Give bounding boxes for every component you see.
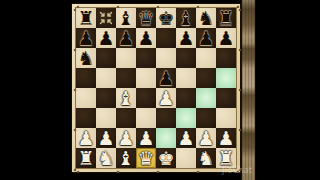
wood-panel bbox=[241, 0, 256, 180]
square-f4[interactable] bbox=[176, 88, 196, 108]
piece-white-pawn[interactable]: ♟ bbox=[176, 128, 196, 148]
square-c6[interactable] bbox=[116, 48, 136, 68]
square-g4[interactable] bbox=[196, 88, 216, 108]
square-e3[interactable] bbox=[156, 108, 176, 128]
piece-black-pawn[interactable]: ♟ bbox=[216, 28, 236, 48]
square-c8[interactable]: ♝ bbox=[116, 8, 136, 28]
frame-pin bbox=[157, 171, 159, 173]
frame-pin bbox=[74, 9, 76, 11]
frame-pin bbox=[197, 171, 199, 173]
piece-white-pawn[interactable]: ♟ bbox=[136, 128, 156, 148]
piece-white-pawn[interactable]: ♟ bbox=[196, 128, 216, 148]
piece-black-bishop[interactable]: ♝ bbox=[176, 8, 196, 28]
piece-white-rook[interactable]: ♜ bbox=[76, 148, 96, 168]
frame-pin bbox=[74, 89, 76, 91]
square-h7[interactable]: ♟ bbox=[216, 28, 236, 48]
frame-pin bbox=[117, 6, 119, 8]
square-e1[interactable]: ♚ bbox=[156, 148, 176, 168]
square-e5[interactable]: ♟ bbox=[156, 68, 176, 88]
piece-black-pawn[interactable]: ♟ bbox=[196, 28, 216, 48]
square-b7[interactable]: ♟ bbox=[96, 28, 116, 48]
square-h2[interactable]: ♟ bbox=[216, 128, 236, 148]
square-b1[interactable]: ♞ bbox=[96, 148, 116, 168]
piece-white-pawn[interactable]: ♟ bbox=[96, 128, 116, 148]
piece-white-bishop[interactable]: ♝ bbox=[116, 88, 136, 108]
square-h8[interactable]: ♜ bbox=[216, 8, 236, 28]
watermark: JioChat bbox=[222, 166, 262, 175]
frame-pin bbox=[77, 171, 79, 173]
square-e7[interactable] bbox=[156, 28, 176, 48]
piece-black-pawn[interactable]: ♟ bbox=[156, 68, 176, 88]
piece-black-pawn[interactable]: ♟ bbox=[176, 28, 196, 48]
square-d5[interactable] bbox=[136, 68, 156, 88]
square-g1[interactable]: ♞ bbox=[196, 148, 216, 168]
square-b6[interactable] bbox=[96, 48, 116, 68]
square-h4[interactable] bbox=[216, 88, 236, 108]
square-b4[interactable] bbox=[96, 88, 116, 108]
frame-pin bbox=[74, 129, 76, 131]
square-d1[interactable]: ♛ bbox=[136, 148, 156, 168]
square-h6[interactable] bbox=[216, 48, 236, 68]
piece-white-pawn[interactable]: ♟ bbox=[116, 128, 136, 148]
square-a8[interactable]: ♜ bbox=[76, 8, 96, 28]
square-a2[interactable]: ♟ bbox=[76, 128, 96, 148]
frame-pin bbox=[197, 6, 199, 8]
square-d2[interactable]: ♟ bbox=[136, 128, 156, 148]
square-g2[interactable]: ♟ bbox=[196, 128, 216, 148]
frame-pin bbox=[77, 6, 79, 8]
square-a6[interactable]: ♞ bbox=[76, 48, 96, 68]
square-c3[interactable] bbox=[116, 108, 136, 128]
square-c4[interactable]: ♝ bbox=[116, 88, 136, 108]
square-g7[interactable]: ♟ bbox=[196, 28, 216, 48]
square-f6[interactable] bbox=[176, 48, 196, 68]
square-g8[interactable]: ♞ bbox=[196, 8, 216, 28]
square-c1[interactable]: ♝ bbox=[116, 148, 136, 168]
piece-white-pawn[interactable]: ♟ bbox=[216, 128, 236, 148]
piece-black-pawn[interactable]: ♟ bbox=[96, 28, 116, 48]
square-d3[interactable] bbox=[136, 108, 156, 128]
square-a1[interactable]: ♜ bbox=[76, 148, 96, 168]
piece-black-queen[interactable]: ♛ bbox=[136, 8, 156, 28]
square-f2[interactable]: ♟ bbox=[176, 128, 196, 148]
square-a7[interactable]: ♟ bbox=[76, 28, 96, 48]
square-b5[interactable] bbox=[96, 68, 116, 88]
square-d7[interactable]: ♟ bbox=[136, 28, 156, 48]
square-b8[interactable] bbox=[96, 8, 116, 28]
square-g6[interactable] bbox=[196, 48, 216, 68]
piece-white-pawn[interactable]: ♟ bbox=[76, 128, 96, 148]
square-e2[interactable] bbox=[156, 128, 176, 148]
piece-white-bishop[interactable]: ♝ bbox=[116, 148, 136, 168]
square-h1[interactable]: ♜ bbox=[216, 148, 236, 168]
piece-black-pawn[interactable]: ♟ bbox=[116, 28, 136, 48]
piece-black-pawn[interactable]: ♟ bbox=[136, 28, 156, 48]
square-f1[interactable] bbox=[176, 148, 196, 168]
frame-pin bbox=[117, 171, 119, 173]
square-e6[interactable] bbox=[156, 48, 176, 68]
square-g5[interactable] bbox=[196, 68, 216, 88]
piece-white-king[interactable]: ♚ bbox=[156, 148, 176, 168]
piece-white-queen[interactable]: ♛ bbox=[136, 148, 156, 168]
piece-white-knight[interactable]: ♞ bbox=[196, 148, 216, 168]
square-c7[interactable]: ♟ bbox=[116, 28, 136, 48]
chess-board-frame: ♜♝♛♚♝♞♜♟♟♟♟♟♟♟♞♟♝♟♟♟♟♟♟♟♟♜♞♝♛♚♞♜ bbox=[71, 3, 241, 173]
piece-white-rook[interactable]: ♜ bbox=[216, 148, 236, 168]
frame-pin bbox=[237, 6, 239, 8]
square-d4[interactable] bbox=[136, 88, 156, 108]
square-c5[interactable] bbox=[116, 68, 136, 88]
piece-black-king[interactable]: ♚ bbox=[156, 8, 176, 28]
square-e4[interactable]: ♟ bbox=[156, 88, 176, 108]
square-h5[interactable] bbox=[216, 68, 236, 88]
square-a4[interactable] bbox=[76, 88, 96, 108]
square-d8[interactable]: ♛ bbox=[136, 8, 156, 28]
piece-black-rook[interactable]: ♜ bbox=[76, 8, 96, 28]
piece-black-knight[interactable]: ♞ bbox=[76, 48, 96, 68]
square-h3[interactable] bbox=[216, 108, 236, 128]
frame-pin bbox=[157, 6, 159, 8]
square-e8[interactable]: ♚ bbox=[156, 8, 176, 28]
square-f8[interactable]: ♝ bbox=[176, 8, 196, 28]
piece-white-knight[interactable]: ♞ bbox=[96, 148, 116, 168]
piece-black-rook[interactable]: ♜ bbox=[216, 8, 236, 28]
piece-white-pawn[interactable]: ♟ bbox=[156, 88, 176, 108]
square-a3[interactable] bbox=[76, 108, 96, 128]
piece-black-pawn[interactable]: ♟ bbox=[76, 28, 96, 48]
app-background: ♜♝♛♚♝♞♜♟♟♟♟♟♟♟♞♟♝♟♟♟♟♟♟♟♟♜♞♝♛♚♞♜ JioChat bbox=[0, 0, 320, 180]
piece-black-bishop[interactable]: ♝ bbox=[116, 8, 136, 28]
square-a5[interactable] bbox=[76, 68, 96, 88]
square-d6[interactable] bbox=[136, 48, 156, 68]
square-f7[interactable]: ♟ bbox=[176, 28, 196, 48]
piece-black-knight[interactable]: ♞ bbox=[196, 8, 216, 28]
square-b2[interactable]: ♟ bbox=[96, 128, 116, 148]
square-g3[interactable] bbox=[196, 108, 216, 128]
frame-pin bbox=[74, 169, 76, 171]
square-b3[interactable] bbox=[96, 108, 116, 128]
frame-pin bbox=[74, 49, 76, 51]
last-move-from-marker bbox=[96, 8, 116, 28]
chess-board[interactable]: ♜♝♛♚♝♞♜♟♟♟♟♟♟♟♞♟♝♟♟♟♟♟♟♟♟♜♞♝♛♚♞♜ bbox=[76, 8, 236, 168]
square-f3[interactable] bbox=[176, 108, 196, 128]
square-c2[interactable]: ♟ bbox=[116, 128, 136, 148]
square-f5[interactable] bbox=[176, 68, 196, 88]
